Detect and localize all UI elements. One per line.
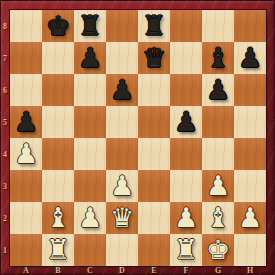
piece-white-R-f1[interactable]: ♜ (174, 234, 198, 266)
square-c1[interactable] (74, 234, 106, 266)
piece-white-B-b2[interactable]: ♝ (46, 202, 70, 234)
square-a8[interactable] (10, 10, 42, 42)
square-h5[interactable] (234, 106, 266, 138)
square-h4[interactable] (234, 138, 266, 170)
piece-black-B-g7[interactable]: ♝ (206, 42, 230, 74)
piece-white-Q-d2[interactable]: ♛ (110, 202, 134, 234)
square-b6[interactable] (42, 74, 74, 106)
square-e7[interactable]: ♛ (138, 42, 170, 74)
square-c6[interactable] (74, 74, 106, 106)
square-d5[interactable] (106, 106, 138, 138)
square-f7[interactable] (170, 42, 202, 74)
piece-white-P-h2[interactable]: ♟ (238, 202, 262, 234)
square-b7[interactable] (42, 42, 74, 74)
square-e8[interactable]: ♜ (138, 10, 170, 42)
square-d4[interactable] (106, 138, 138, 170)
piece-black-P-g6[interactable]: ♟ (206, 74, 230, 106)
file-label-E: E (138, 266, 170, 275)
file-label-B: B (42, 266, 74, 275)
square-h1[interactable] (234, 234, 266, 266)
square-c3[interactable] (74, 170, 106, 202)
piece-white-R-b1[interactable]: ♜ (46, 234, 70, 266)
file-label-H: H (234, 266, 266, 275)
square-f1[interactable]: ♜ (170, 234, 202, 266)
square-e4[interactable] (138, 138, 170, 170)
square-g2[interactable]: ♝ (202, 202, 234, 234)
square-a2[interactable] (10, 202, 42, 234)
file-label-G: G (202, 266, 234, 275)
square-d3[interactable]: ♟ (106, 170, 138, 202)
square-f2[interactable]: ♟ (170, 202, 202, 234)
rank-label-4: 4 (0, 138, 10, 170)
square-e3[interactable] (138, 170, 170, 202)
piece-white-B-g2[interactable]: ♝ (206, 202, 230, 234)
board: ♚♜♜♟♛♝♟♟♟♟♟♟♟♟♝♟♛♟♝♟♜♜♚ (10, 10, 266, 266)
square-f6[interactable] (170, 74, 202, 106)
piece-black-R-e8[interactable]: ♜ (142, 10, 166, 42)
piece-black-P-d6[interactable]: ♟ (110, 74, 134, 106)
square-g8[interactable] (202, 10, 234, 42)
rank-label-5: 5 (0, 106, 10, 138)
square-e1[interactable] (138, 234, 170, 266)
square-f5[interactable]: ♟ (170, 106, 202, 138)
square-h6[interactable] (234, 74, 266, 106)
square-c7[interactable]: ♟ (74, 42, 106, 74)
square-h7[interactable]: ♟ (234, 42, 266, 74)
rank-label-3: 3 (0, 170, 10, 202)
square-f4[interactable] (170, 138, 202, 170)
square-g3[interactable]: ♟ (202, 170, 234, 202)
square-b2[interactable]: ♝ (42, 202, 74, 234)
square-g6[interactable]: ♟ (202, 74, 234, 106)
square-d7[interactable] (106, 42, 138, 74)
square-g4[interactable] (202, 138, 234, 170)
piece-black-Q-e7[interactable]: ♛ (142, 42, 166, 74)
square-a6[interactable] (10, 74, 42, 106)
square-h2[interactable]: ♟ (234, 202, 266, 234)
square-d1[interactable] (106, 234, 138, 266)
square-a5[interactable]: ♟ (10, 106, 42, 138)
file-label-F: F (170, 266, 202, 275)
square-b4[interactable] (42, 138, 74, 170)
square-c5[interactable] (74, 106, 106, 138)
square-b5[interactable] (42, 106, 74, 138)
piece-black-P-c7[interactable]: ♟ (78, 42, 102, 74)
square-d8[interactable] (106, 10, 138, 42)
rank-label-7: 7 (0, 42, 10, 74)
square-a7[interactable] (10, 42, 42, 74)
square-c8[interactable]: ♜ (74, 10, 106, 42)
square-a1[interactable] (10, 234, 42, 266)
chess-diagram: ♚♜♜♟♛♝♟♟♟♟♟♟♟♟♝♟♛♟♝♟♜♜♚ 87654321 ABCDEFG… (0, 0, 275, 275)
piece-black-K-b8[interactable]: ♚ (46, 10, 70, 42)
square-d2[interactable]: ♛ (106, 202, 138, 234)
square-b3[interactable] (42, 170, 74, 202)
piece-white-P-d3[interactable]: ♟ (110, 170, 134, 202)
square-a4[interactable]: ♟ (10, 138, 42, 170)
piece-white-K-g1[interactable]: ♚ (206, 234, 230, 266)
rank-label-6: 6 (0, 74, 10, 106)
square-b8[interactable]: ♚ (42, 10, 74, 42)
piece-black-R-c8[interactable]: ♜ (78, 10, 102, 42)
square-d6[interactable]: ♟ (106, 74, 138, 106)
square-c4[interactable] (74, 138, 106, 170)
square-h3[interactable] (234, 170, 266, 202)
file-label-C: C (74, 266, 106, 275)
file-label-A: A (10, 266, 42, 275)
square-f8[interactable] (170, 10, 202, 42)
piece-white-P-c2[interactable]: ♟ (78, 202, 102, 234)
square-b1[interactable]: ♜ (42, 234, 74, 266)
rank-label-8: 8 (0, 10, 10, 42)
square-e2[interactable] (138, 202, 170, 234)
square-g5[interactable] (202, 106, 234, 138)
piece-black-P-a5[interactable]: ♟ (14, 106, 38, 138)
piece-black-P-f5[interactable]: ♟ (174, 106, 198, 138)
square-e5[interactable] (138, 106, 170, 138)
square-g7[interactable]: ♝ (202, 42, 234, 74)
square-g1[interactable]: ♚ (202, 234, 234, 266)
rank-label-2: 2 (0, 202, 10, 234)
square-e6[interactable] (138, 74, 170, 106)
piece-black-P-h7[interactable]: ♟ (238, 42, 262, 74)
square-h8[interactable] (234, 10, 266, 42)
square-f3[interactable] (170, 170, 202, 202)
file-label-D: D (106, 266, 138, 275)
square-c2[interactable]: ♟ (74, 202, 106, 234)
piece-white-P-a4[interactable]: ♟ (14, 138, 38, 170)
piece-white-P-g3[interactable]: ♟ (206, 170, 230, 202)
square-a3[interactable] (10, 170, 42, 202)
piece-white-P-f2[interactable]: ♟ (174, 202, 198, 234)
rank-label-1: 1 (0, 234, 10, 266)
